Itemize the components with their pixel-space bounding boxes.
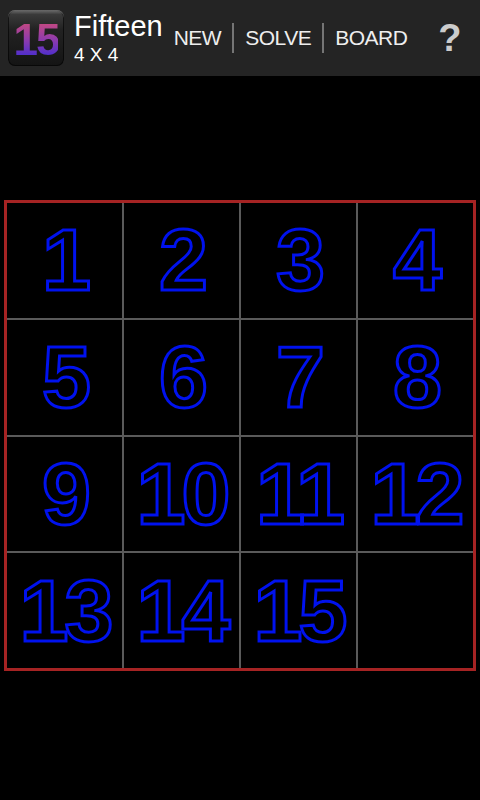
action-menu: NEW SOLVE BOARD ? <box>163 0 480 76</box>
tile-2[interactable]: 2 <box>124 203 239 318</box>
tile-10[interactable]: 10 <box>124 437 239 552</box>
action-bar: 15 Fifteen 4 X 4 NEW SOLVE BOARD ? <box>0 0 480 76</box>
board-size-label: 4 X 4 <box>74 45 163 65</box>
board: 123456789101112131415 <box>4 200 476 671</box>
tile-12[interactable]: 12 <box>358 437 473 552</box>
app-title: Fifteen <box>74 11 163 42</box>
new-button[interactable]: NEW <box>163 26 233 50</box>
help-button[interactable]: ? <box>428 19 471 57</box>
app-icon[interactable]: 15 <box>8 10 64 66</box>
tile-9[interactable]: 9 <box>7 437 122 552</box>
board-button[interactable]: BOARD <box>324 26 418 50</box>
tile-7[interactable]: 7 <box>241 320 356 435</box>
tile-6[interactable]: 6 <box>124 320 239 435</box>
screen: 15 Fifteen 4 X 4 NEW SOLVE BOARD ? 12345… <box>0 0 480 800</box>
tile-8[interactable]: 8 <box>358 320 473 435</box>
tile-1[interactable]: 1 <box>7 203 122 318</box>
app-icon-label: 15 <box>14 14 59 66</box>
tile-11[interactable]: 11 <box>241 437 356 552</box>
empty-cell <box>358 553 473 668</box>
tile-4[interactable]: 4 <box>358 203 473 318</box>
tile-13[interactable]: 13 <box>7 553 122 668</box>
tile-14[interactable]: 14 <box>124 553 239 668</box>
tile-3[interactable]: 3 <box>241 203 356 318</box>
solve-button[interactable]: SOLVE <box>234 26 322 50</box>
tile-5[interactable]: 5 <box>7 320 122 435</box>
tile-15[interactable]: 15 <box>241 553 356 668</box>
title-block: Fifteen 4 X 4 <box>74 11 163 65</box>
